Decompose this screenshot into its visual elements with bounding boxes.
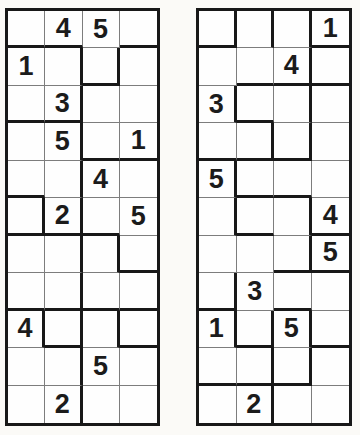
cell-left-r5c2[interactable] <box>45 161 82 198</box>
cell-right-r4c1[interactable] <box>199 123 237 160</box>
cell-left-r6c1[interactable] <box>8 198 45 235</box>
cell-right-r8c3[interactable] <box>274 273 312 310</box>
cell-right-r7c3[interactable] <box>274 236 312 273</box>
cell-left-r8c2[interactable] <box>45 273 82 310</box>
cell-right-r1c1[interactable] <box>199 11 237 48</box>
cell-right-r4c2[interactable] <box>237 123 275 160</box>
cell-right-r3c3[interactable] <box>274 86 312 123</box>
right-puzzle-grid: 1435453152 <box>196 8 352 426</box>
cell-right-r5c1-given: 5 <box>199 161 237 198</box>
cell-right-r6c3[interactable] <box>274 198 312 235</box>
cell-left-r4c3[interactable] <box>83 123 120 160</box>
cell-left-r3c3[interactable] <box>83 86 120 123</box>
cell-left-r11c3[interactable] <box>83 386 120 423</box>
cell-left-r10c2[interactable] <box>45 348 82 385</box>
cell-left-r9c1-given: 4 <box>8 311 45 348</box>
cell-right-r9c4[interactable] <box>312 311 350 348</box>
cell-right-r5c4[interactable] <box>312 161 350 198</box>
cell-left-r2c1-given: 1 <box>8 48 45 85</box>
cell-left-r2c3[interactable] <box>83 48 120 85</box>
cell-right-r2c4[interactable] <box>312 48 350 85</box>
cell-right-r10c4[interactable] <box>312 348 350 385</box>
cell-right-r8c1[interactable] <box>199 273 237 310</box>
cell-left-r3c1[interactable] <box>8 86 45 123</box>
cell-left-r1c3-given: 5 <box>83 11 120 48</box>
cell-right-r6c2[interactable] <box>237 198 275 235</box>
cell-right-r4c4[interactable] <box>312 123 350 160</box>
cell-right-r7c2[interactable] <box>237 236 275 273</box>
cell-left-r10c3-given: 5 <box>83 348 120 385</box>
cell-left-r1c4[interactable] <box>120 11 157 48</box>
cell-right-r6c1[interactable] <box>199 198 237 235</box>
cell-left-r11c1[interactable] <box>8 386 45 423</box>
cell-left-r3c4[interactable] <box>120 86 157 123</box>
cell-right-r9c1-given: 1 <box>199 311 237 348</box>
cell-right-r10c1[interactable] <box>199 348 237 385</box>
cell-right-r11c4[interactable] <box>312 386 350 423</box>
cell-right-r11c2-given: 2 <box>237 386 275 423</box>
cell-right-r10c2[interactable] <box>237 348 275 385</box>
cell-right-r2c2[interactable] <box>237 48 275 85</box>
cell-left-r3c2-given: 3 <box>45 86 82 123</box>
cell-left-r6c4-given: 5 <box>120 198 157 235</box>
cell-left-r9c4[interactable] <box>120 311 157 348</box>
cell-right-r3c2[interactable] <box>237 86 275 123</box>
cell-left-r6c2-given: 2 <box>45 198 82 235</box>
cell-left-r9c2[interactable] <box>45 311 82 348</box>
cell-left-r4c4-given: 1 <box>120 123 157 160</box>
cell-left-r1c1[interactable] <box>8 11 45 48</box>
cell-left-r7c1[interactable] <box>8 236 45 273</box>
cell-right-r9c2[interactable] <box>237 311 275 348</box>
cell-left-r5c4[interactable] <box>120 161 157 198</box>
cell-right-r1c3[interactable] <box>274 11 312 48</box>
cell-left-r7c2[interactable] <box>45 236 82 273</box>
cell-left-r11c4[interactable] <box>120 386 157 423</box>
cell-left-r1c2-given: 4 <box>45 11 82 48</box>
cell-left-r8c3[interactable] <box>83 273 120 310</box>
cell-right-r6c4-given: 4 <box>312 198 350 235</box>
cell-right-r5c2[interactable] <box>237 161 275 198</box>
cell-left-r5c1[interactable] <box>8 161 45 198</box>
cell-left-r8c4[interactable] <box>120 273 157 310</box>
cell-left-r5c3-given: 4 <box>83 161 120 198</box>
cell-left-r10c4[interactable] <box>120 348 157 385</box>
cell-right-r2c3-given: 4 <box>274 48 312 85</box>
cell-right-r5c3[interactable] <box>274 161 312 198</box>
cell-left-r8c1[interactable] <box>8 273 45 310</box>
cell-right-r3c1-given: 3 <box>199 86 237 123</box>
cell-right-r7c1[interactable] <box>199 236 237 273</box>
cell-right-r10c3[interactable] <box>274 348 312 385</box>
cell-left-r4c2-given: 5 <box>45 123 82 160</box>
cell-right-r1c2[interactable] <box>237 11 275 48</box>
cell-right-r7c4-given: 5 <box>312 236 350 273</box>
cell-left-r2c2[interactable] <box>45 48 82 85</box>
cell-right-r3c4[interactable] <box>312 86 350 123</box>
cell-right-r9c3-given: 5 <box>274 311 312 348</box>
cell-left-r7c3[interactable] <box>83 236 120 273</box>
cell-left-r2c4[interactable] <box>120 48 157 85</box>
cell-left-r9c3[interactable] <box>83 311 120 348</box>
cell-left-r4c1[interactable] <box>8 123 45 160</box>
cell-right-r1c4-given: 1 <box>312 11 350 48</box>
cell-right-r4c3[interactable] <box>274 123 312 160</box>
cell-left-r11c2-given: 2 <box>45 386 82 423</box>
cell-right-r8c4[interactable] <box>312 273 350 310</box>
cell-right-r11c1[interactable] <box>199 386 237 423</box>
cell-left-r10c1[interactable] <box>8 348 45 385</box>
cell-left-r6c3[interactable] <box>83 198 120 235</box>
cell-left-r7c4[interactable] <box>120 236 157 273</box>
cell-right-r8c2-given: 3 <box>237 273 275 310</box>
cell-right-r2c1[interactable] <box>199 48 237 85</box>
cell-right-r11c3[interactable] <box>274 386 312 423</box>
left-puzzle-grid: 451351425452 <box>5 8 160 426</box>
